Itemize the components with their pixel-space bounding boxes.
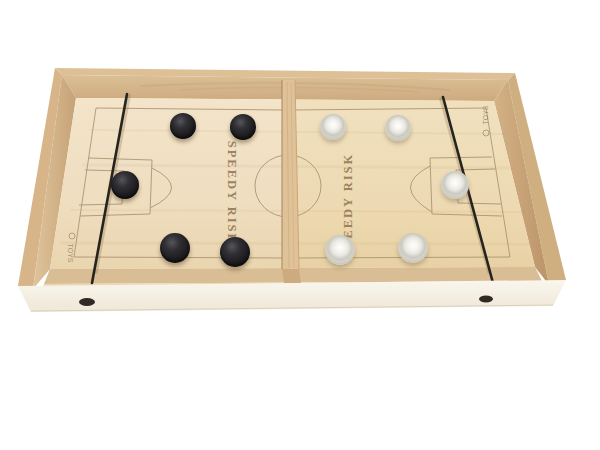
black-puck-glyph: ● (111, 171, 139, 199)
white-puck-glyph: ○ (320, 114, 346, 140)
black-puck[interactable]: ● (220, 237, 250, 267)
black-puck-glyph: ● (220, 237, 250, 267)
half-left: ●●●●● (60, 95, 300, 275)
black-puck[interactable]: ● (160, 233, 190, 263)
board-halves-grid: ●●●●● ○○○○○ (60, 95, 540, 275)
white-puck[interactable]: ○ (398, 233, 428, 263)
white-puck[interactable]: ○ (441, 171, 469, 199)
half-right: ○○○○○ (300, 95, 540, 275)
white-puck[interactable]: ○ (320, 114, 346, 140)
white-puck[interactable]: ○ (325, 235, 355, 265)
white-puck-glyph: ○ (398, 233, 428, 263)
right-foot (479, 296, 493, 303)
black-puck-glyph: ● (160, 233, 190, 263)
white-puck-glyph: ○ (441, 171, 469, 199)
black-puck-glyph: ● (170, 113, 196, 139)
white-puck-glyph: ○ (325, 235, 355, 265)
black-puck[interactable]: ● (111, 171, 139, 199)
black-puck[interactable]: ● (230, 114, 256, 140)
black-puck-glyph: ● (230, 114, 256, 140)
left-foot (79, 298, 95, 306)
product-photo-stage: SPEEDY RISK SPEEDY RISK TOYS TOYS (0, 0, 600, 450)
white-puck-glyph: ○ (385, 115, 411, 141)
white-puck[interactable]: ○ (385, 115, 411, 141)
black-puck[interactable]: ● (170, 113, 196, 139)
